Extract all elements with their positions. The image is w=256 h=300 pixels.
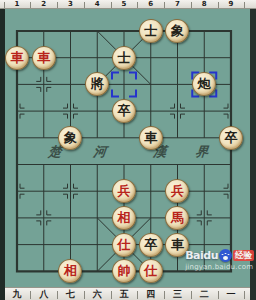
coord-label: 1 [15, 0, 20, 9]
watermark-logo-row: Baidu 经验 [185, 249, 254, 262]
board-left-edge [0, 9, 5, 300]
coord-label: 6 [148, 0, 153, 9]
piece-仕[interactable]: 仕 [139, 259, 163, 283]
piece-兵[interactable]: 兵 [165, 179, 189, 203]
piece-兵[interactable]: 兵 [112, 179, 136, 203]
coord-label: 7 [175, 0, 180, 9]
bottom-coordinate-ruler: 九八七六五四三二一 [0, 287, 256, 300]
ruler-tick [244, 291, 245, 299]
coord-label: 四 [146, 288, 155, 300]
coord-label: 5 [122, 0, 127, 9]
piece-士[interactable]: 士 [112, 46, 136, 70]
piece-相[interactable]: 相 [112, 206, 136, 230]
piece-車[interactable]: 車 [5, 46, 29, 70]
piece-帥[interactable]: 帥 [112, 259, 136, 283]
watermark-url: jingyan.baidu.com [185, 263, 254, 271]
coord-label: 一 [227, 288, 236, 300]
piece-象[interactable]: 象 [58, 126, 82, 150]
coord-label: 4 [95, 0, 100, 9]
ruler-tick [137, 2, 138, 8]
ruler-tick [164, 291, 165, 299]
ruler-tick [191, 2, 192, 8]
piece-將[interactable]: 將 [85, 72, 109, 96]
piece-卒[interactable]: 卒 [139, 233, 163, 257]
ruler-tick [84, 291, 85, 299]
ruler-tick [164, 2, 165, 8]
coord-label: 二 [200, 288, 209, 300]
coord-label: 六 [93, 288, 102, 300]
ruler-tick [244, 2, 245, 8]
piece-士[interactable]: 士 [139, 19, 163, 43]
ruler-tick [30, 291, 31, 299]
watermark-brand-text: Baidu [185, 249, 218, 262]
ruler-tick [218, 291, 219, 299]
piece-炮[interactable]: 炮 [192, 72, 216, 96]
ruler-tick [30, 2, 31, 8]
piece-卒[interactable]: 卒 [112, 99, 136, 123]
coord-label: 七 [66, 288, 75, 300]
piece-卒[interactable]: 卒 [219, 126, 243, 150]
piece-馬[interactable]: 馬 [165, 206, 189, 230]
coord-label: 3 [68, 0, 73, 9]
watermark-badge: 经验 [233, 250, 254, 261]
ruler-tick [84, 2, 85, 8]
ruler-tick [57, 2, 58, 8]
ruler-tick [111, 291, 112, 299]
ruler-tick [111, 2, 112, 8]
ruler-tick [218, 2, 219, 8]
ruler-tick [57, 291, 58, 299]
ruler-tick [137, 291, 138, 299]
board-grid[interactable]: 士象車車士將炮卒象車卒兵兵相馬仕卒車相帥仕 [4, 18, 245, 285]
piece-車[interactable]: 車 [139, 126, 163, 150]
top-coordinate-ruler: 123456789 [0, 0, 256, 9]
coord-label: 2 [41, 0, 46, 9]
piece-仕[interactable]: 仕 [112, 233, 136, 257]
xiangqi-app-window: 123456789 楚河漢界 士象車車士將炮卒象車卒兵兵相馬仕卒車相帥仕 Bai… [0, 0, 256, 300]
ruler-tick [191, 291, 192, 299]
coord-label: 8 [202, 0, 207, 9]
baidu-paw-icon [219, 249, 232, 262]
piece-車[interactable]: 車 [32, 46, 56, 70]
coord-label: 八 [39, 288, 48, 300]
piece-象[interactable]: 象 [165, 19, 189, 43]
piece-相[interactable]: 相 [58, 259, 82, 283]
coord-label: 9 [229, 0, 234, 9]
baidu-watermark: Baidu 经验 jingyan.baidu.com [185, 249, 254, 271]
coord-label: 九 [13, 288, 22, 300]
coord-label: 五 [120, 288, 129, 300]
coord-label: 三 [173, 288, 182, 300]
ruler-tick [4, 2, 5, 8]
